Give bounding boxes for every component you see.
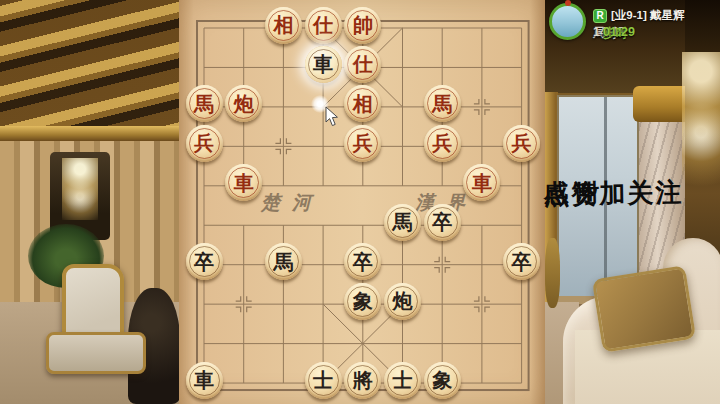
player-info-overlay: R [业9-1] 戴星辉 局时 14:45 步时 01:29 (549, 1, 720, 45)
chandelier-icon (682, 52, 720, 190)
calligraphy-line2: 感谢 (543, 179, 605, 209)
gold-chair-fragment (545, 238, 560, 308)
calligraphy-overlay: 点赞加关注 感谢 (543, 178, 699, 181)
background-palace-left (0, 0, 179, 404)
river-label-hanjie: 漢界 (385, 190, 495, 216)
gold-cornice (0, 126, 179, 141)
chandelier-icon (62, 158, 98, 220)
avatar[interactable] (549, 3, 586, 40)
gilded-chair-seat (46, 332, 146, 374)
rank-badge-icon: R (593, 9, 607, 23)
xiangqi-board[interactable]: 楚河 漢界 (179, 0, 545, 404)
mouse-cursor-icon (325, 107, 339, 127)
damask-pillow (592, 265, 696, 353)
player-name: [业9-1] 戴星辉 (611, 8, 684, 23)
avatar-pin-dot (565, 0, 571, 6)
stream-frame: 楚河 漢界 相仕帥仕馬炮相馬兵兵兵兵車車車馬卒卒馬卒卒象炮車士將士象 R [业9… (0, 0, 720, 404)
river-label-chuhe: 楚河 (231, 190, 341, 216)
